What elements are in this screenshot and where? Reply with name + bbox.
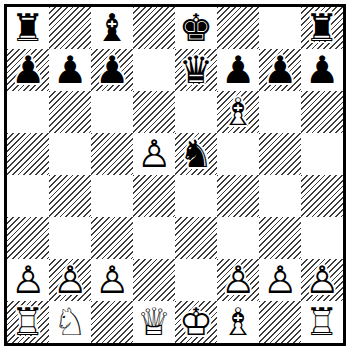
black-bishop-icon: ♝ <box>91 7 133 49</box>
chess-diagram: ♜♝♚♜♟♟♟♛♟♟♟♝♗♟♙♞♟♙♟♙♟♙♟♙♟♙♟♙♜♖♞♘♛♕♚♔♝♗♜♖ <box>0 0 350 350</box>
white-pawn-icon: ♟♙ <box>91 259 133 301</box>
square-h5[interactable] <box>301 133 343 175</box>
square-b4[interactable] <box>49 175 91 217</box>
square-f6[interactable]: ♝♗ <box>217 91 259 133</box>
square-e7[interactable]: ♛ <box>175 49 217 91</box>
square-c6[interactable] <box>91 91 133 133</box>
white-queen-icon: ♛♕ <box>133 301 175 343</box>
square-e3[interactable] <box>175 217 217 259</box>
square-g4[interactable] <box>259 175 301 217</box>
square-d1[interactable]: ♛♕ <box>133 301 175 343</box>
black-knight-icon: ♞ <box>175 133 217 175</box>
black-king-icon: ♚ <box>175 7 217 49</box>
square-a5[interactable] <box>7 133 49 175</box>
white-pawn-icon: ♟♙ <box>49 259 91 301</box>
square-a1[interactable]: ♜♖ <box>7 301 49 343</box>
square-f1[interactable]: ♝♗ <box>217 301 259 343</box>
square-b3[interactable] <box>49 217 91 259</box>
square-g2[interactable]: ♟♙ <box>259 259 301 301</box>
white-bishop-icon: ♝♗ <box>217 91 259 133</box>
square-d3[interactable] <box>133 217 175 259</box>
square-a2[interactable]: ♟♙ <box>7 259 49 301</box>
square-a4[interactable] <box>7 175 49 217</box>
square-a3[interactable] <box>7 217 49 259</box>
square-f2[interactable]: ♟♙ <box>217 259 259 301</box>
square-f3[interactable] <box>217 217 259 259</box>
white-pawn-icon: ♟♙ <box>7 259 49 301</box>
square-h4[interactable] <box>301 175 343 217</box>
square-b5[interactable] <box>49 133 91 175</box>
square-a6[interactable] <box>7 91 49 133</box>
square-g7[interactable]: ♟ <box>259 49 301 91</box>
square-a8[interactable]: ♜ <box>7 7 49 49</box>
square-c3[interactable] <box>91 217 133 259</box>
square-c4[interactable] <box>91 175 133 217</box>
square-b1[interactable]: ♞♘ <box>49 301 91 343</box>
black-pawn-icon: ♟ <box>49 49 91 91</box>
black-rook-icon: ♜ <box>301 7 343 49</box>
white-knight-icon: ♞♘ <box>49 301 91 343</box>
white-rook-icon: ♜♖ <box>301 301 343 343</box>
square-h6[interactable] <box>301 91 343 133</box>
square-h2[interactable]: ♟♙ <box>301 259 343 301</box>
square-c8[interactable]: ♝ <box>91 7 133 49</box>
square-d8[interactable] <box>133 7 175 49</box>
square-g8[interactable] <box>259 7 301 49</box>
square-b6[interactable] <box>49 91 91 133</box>
square-h1[interactable]: ♜♖ <box>301 301 343 343</box>
square-e1[interactable]: ♚♔ <box>175 301 217 343</box>
square-b7[interactable]: ♟ <box>49 49 91 91</box>
white-pawn-icon: ♟♙ <box>217 259 259 301</box>
square-d2[interactable] <box>133 259 175 301</box>
square-c7[interactable]: ♟ <box>91 49 133 91</box>
white-king-icon: ♚♔ <box>175 301 217 343</box>
square-b2[interactable]: ♟♙ <box>49 259 91 301</box>
white-pawn-icon: ♟♙ <box>133 133 175 175</box>
square-g6[interactable] <box>259 91 301 133</box>
square-h8[interactable]: ♜ <box>301 7 343 49</box>
black-pawn-icon: ♟ <box>7 49 49 91</box>
square-b8[interactable] <box>49 7 91 49</box>
white-pawn-icon: ♟♙ <box>301 259 343 301</box>
square-d5[interactable]: ♟♙ <box>133 133 175 175</box>
square-f5[interactable] <box>217 133 259 175</box>
square-g3[interactable] <box>259 217 301 259</box>
chessboard: ♜♝♚♜♟♟♟♛♟♟♟♝♗♟♙♞♟♙♟♙♟♙♟♙♟♙♟♙♜♖♞♘♛♕♚♔♝♗♜♖ <box>4 4 346 346</box>
square-e2[interactable] <box>175 259 217 301</box>
black-pawn-icon: ♟ <box>259 49 301 91</box>
square-e4[interactable] <box>175 175 217 217</box>
square-d6[interactable] <box>133 91 175 133</box>
black-pawn-icon: ♟ <box>91 49 133 91</box>
square-d7[interactable] <box>133 49 175 91</box>
square-a7[interactable]: ♟ <box>7 49 49 91</box>
square-h7[interactable]: ♟ <box>301 49 343 91</box>
square-g1[interactable] <box>259 301 301 343</box>
square-h3[interactable] <box>301 217 343 259</box>
square-f8[interactable] <box>217 7 259 49</box>
white-rook-icon: ♜♖ <box>7 301 49 343</box>
black-queen-icon: ♛ <box>175 49 217 91</box>
white-pawn-icon: ♟♙ <box>259 259 301 301</box>
square-e8[interactable]: ♚ <box>175 7 217 49</box>
square-e5[interactable]: ♞ <box>175 133 217 175</box>
square-g5[interactable] <box>259 133 301 175</box>
square-d4[interactable] <box>133 175 175 217</box>
square-c1[interactable] <box>91 301 133 343</box>
square-e6[interactable] <box>175 91 217 133</box>
square-c5[interactable] <box>91 133 133 175</box>
white-bishop-icon: ♝♗ <box>217 301 259 343</box>
square-c2[interactable]: ♟♙ <box>91 259 133 301</box>
black-pawn-icon: ♟ <box>301 49 343 91</box>
square-f4[interactable] <box>217 175 259 217</box>
black-rook-icon: ♜ <box>7 7 49 49</box>
square-f7[interactable]: ♟ <box>217 49 259 91</box>
black-pawn-icon: ♟ <box>217 49 259 91</box>
